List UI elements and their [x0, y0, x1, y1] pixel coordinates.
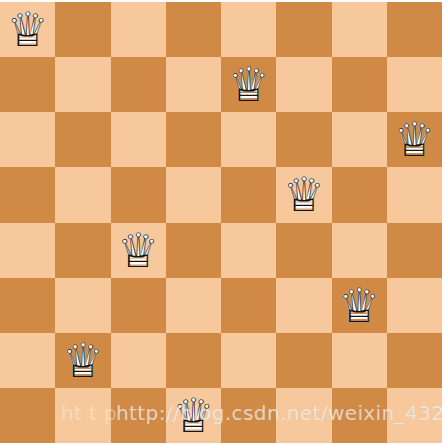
square-e6: [221, 112, 276, 167]
square-e3: [221, 278, 276, 333]
white-queen-silhouette: ♛: [338, 282, 380, 329]
square-g1: [332, 388, 387, 443]
square-b5: [55, 167, 110, 222]
square-d2: [166, 333, 221, 388]
square-d1: ♛♕: [166, 388, 221, 443]
square-g8: [332, 2, 387, 57]
square-f3: [276, 278, 331, 333]
square-b1: [55, 388, 110, 443]
square-h1: [387, 388, 442, 443]
square-d8: [166, 2, 221, 57]
square-b4: [55, 223, 110, 278]
white-queen-icon: ♕: [117, 227, 159, 274]
square-a2: [0, 333, 55, 388]
square-a8: ♛♕: [0, 2, 55, 57]
square-g7: [332, 57, 387, 112]
square-a4: [0, 223, 55, 278]
square-d3: [166, 278, 221, 333]
square-f4: [276, 223, 331, 278]
square-c8: [111, 2, 166, 57]
square-f1: [276, 388, 331, 443]
square-e8: [221, 2, 276, 57]
white-queen-icon: ♕: [393, 116, 435, 163]
white-queen-silhouette: ♛: [117, 227, 159, 274]
square-e4: [221, 223, 276, 278]
square-b2: ♛♕: [55, 333, 110, 388]
white-queen-silhouette: ♛: [7, 6, 49, 53]
square-a6: [0, 112, 55, 167]
square-b7: [55, 57, 110, 112]
square-a1: [0, 388, 55, 443]
chessboard: ♛♕♛♕♛♕♛♕♛♕♛♕♛♕♛♕: [0, 2, 442, 443]
square-g4: [332, 223, 387, 278]
square-c7: [111, 57, 166, 112]
square-c3: [111, 278, 166, 333]
square-e5: [221, 167, 276, 222]
square-h7: [387, 57, 442, 112]
white-queen-icon: ♕: [62, 337, 104, 384]
white-queen-icon: ♕: [283, 171, 325, 218]
white-queen-icon: ♕: [228, 61, 270, 108]
square-h6: ♛♕: [387, 112, 442, 167]
square-h3: [387, 278, 442, 333]
square-c6: [111, 112, 166, 167]
square-f2: [276, 333, 331, 388]
square-g2: [332, 333, 387, 388]
square-h2: [387, 333, 442, 388]
square-c1: [111, 388, 166, 443]
white-queen-icon: ♕: [7, 6, 49, 53]
square-f5: ♛♕: [276, 167, 331, 222]
square-g5: [332, 167, 387, 222]
square-a3: [0, 278, 55, 333]
square-e1: [221, 388, 276, 443]
square-d4: [166, 223, 221, 278]
square-d7: [166, 57, 221, 112]
white-queen-silhouette: ♛: [62, 337, 104, 384]
square-a7: [0, 57, 55, 112]
square-f8: [276, 2, 331, 57]
square-f6: [276, 112, 331, 167]
square-e7: ♛♕: [221, 57, 276, 112]
white-queen-silhouette: ♛: [283, 171, 325, 218]
white-queen-silhouette: ♛: [172, 392, 214, 439]
square-d5: [166, 167, 221, 222]
square-f7: [276, 57, 331, 112]
square-e2: [221, 333, 276, 388]
square-c4: ♛♕: [111, 223, 166, 278]
square-c2: [111, 333, 166, 388]
square-h8: [387, 2, 442, 57]
square-a5: [0, 167, 55, 222]
square-b6: [55, 112, 110, 167]
square-d6: [166, 112, 221, 167]
square-g3: ♛♕: [332, 278, 387, 333]
square-h5: [387, 167, 442, 222]
white-queen-silhouette: ♛: [393, 116, 435, 163]
square-h4: [387, 223, 442, 278]
square-b8: [55, 2, 110, 57]
square-c5: [111, 167, 166, 222]
white-queen-icon: ♕: [172, 392, 214, 439]
white-queen-icon: ♕: [338, 282, 380, 329]
white-queen-silhouette: ♛: [228, 61, 270, 108]
square-g6: [332, 112, 387, 167]
square-b3: [55, 278, 110, 333]
